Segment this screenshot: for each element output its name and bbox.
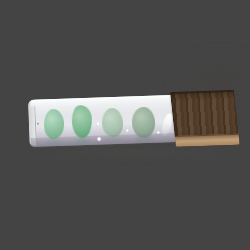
wood-top-edge	[170, 90, 234, 94]
resin-wood-pendant	[28, 87, 240, 154]
photo-backdrop	[0, 0, 250, 250]
wood-bottom-bevel	[175, 134, 240, 147]
air-bubble-4	[157, 131, 159, 133]
air-bubbles	[28, 95, 176, 147]
air-bubble-2	[98, 138, 101, 141]
resin-bar	[28, 95, 176, 147]
dark-speck	[37, 123, 39, 125]
walnut-block	[170, 90, 240, 147]
air-bubble-1	[97, 123, 99, 125]
air-bubble-3	[126, 130, 128, 132]
